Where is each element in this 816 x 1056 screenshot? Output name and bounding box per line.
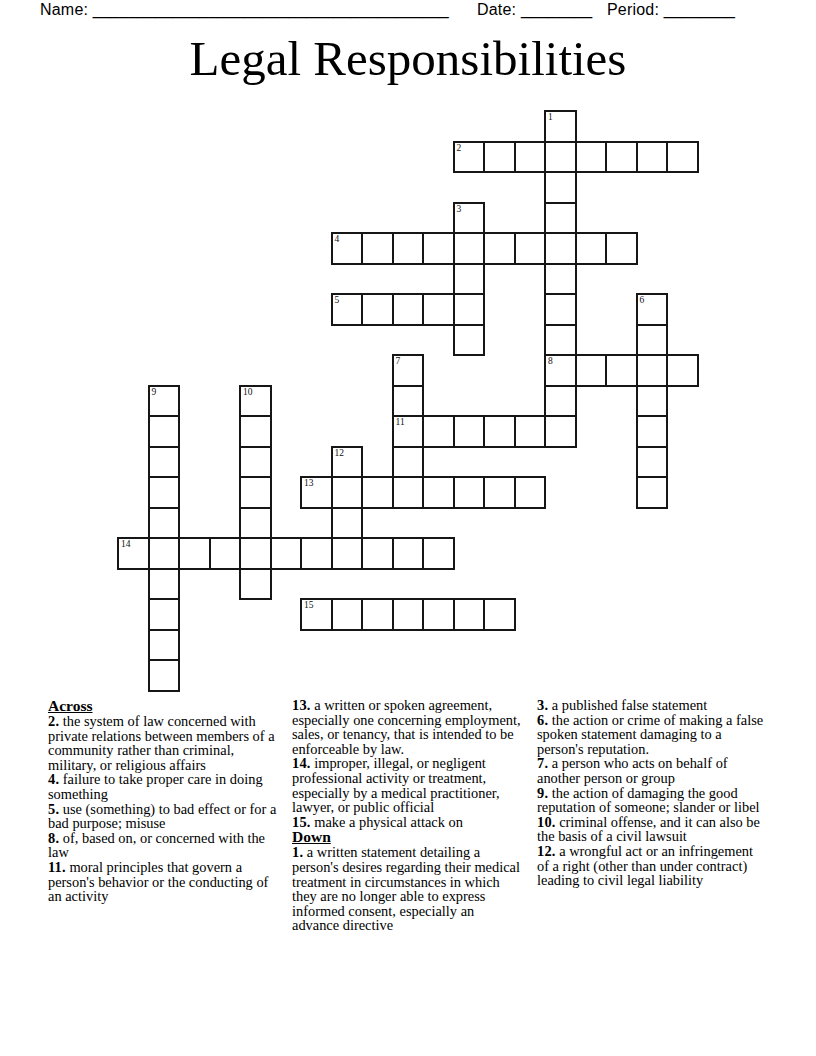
cell-number-13: 13: [304, 478, 314, 489]
grid-cell-r6-c14[interactable]: [544, 293, 577, 326]
date-label: Date:: [477, 1, 516, 18]
grid-cell-r1-c13[interactable]: [514, 141, 547, 174]
grid-cell-r5-c14[interactable]: [544, 263, 577, 296]
grid-cell-r4-c15[interactable]: [575, 232, 608, 265]
grid-cell-r16-c6[interactable]: 15: [300, 598, 333, 631]
clue-number: 5.: [48, 801, 59, 817]
grid-cell-r16-c1[interactable]: [148, 598, 181, 631]
grid-cell-r9-c4[interactable]: 10: [239, 385, 272, 418]
across-heading: Across: [48, 698, 279, 714]
grid-cell-r1-c11[interactable]: 2: [453, 141, 486, 174]
clue-down-10: 10. criminal offense, and it can also be…: [537, 815, 768, 844]
cell-number-10: 10: [243, 387, 253, 398]
grid-cell-r8-c9[interactable]: 7: [392, 354, 425, 387]
clues-column-2: 13. a written or spoken agreement, espec…: [292, 698, 523, 933]
clue-across-2: 2. the system of law concerned with priv…: [48, 714, 279, 772]
crossword-grid: 123456789101112131415: [117, 110, 697, 690]
grid-cell-r8-c18[interactable]: [666, 354, 699, 387]
grid-cell-r9-c14[interactable]: [544, 385, 577, 418]
grid-cell-r14-c7[interactable]: [331, 537, 364, 570]
clue-number: 10.: [537, 814, 556, 830]
clue-down-12: 12. a wrongful act or an infringement of…: [537, 844, 768, 888]
grid-cell-r4-c8[interactable]: [361, 232, 394, 265]
grid-cell-r11-c9[interactable]: [392, 446, 425, 479]
period-field: Period: ________: [607, 1, 735, 19]
clues-column-1: Across2. the system of law concerned wit…: [48, 698, 279, 904]
clues-column-3: 3. a published false statement6. the act…: [537, 698, 768, 888]
grid-cell-r1-c18[interactable]: [666, 141, 699, 174]
grid-cell-r14-c3[interactable]: [209, 537, 242, 570]
period-blank-line: ________: [664, 1, 735, 18]
grid-cell-r3-c14[interactable]: [544, 202, 577, 235]
grid-cell-r15-c1[interactable]: [148, 568, 181, 601]
clue-across-5: 5. use (something) to bad effect or for …: [48, 802, 279, 831]
grid-cell-r10-c17[interactable]: [636, 415, 669, 448]
page-title: Legal Responsibilities: [0, 30, 816, 89]
clue-down-3: 3. a published false statement: [537, 698, 768, 713]
grid-cell-r5-c11[interactable]: [453, 263, 486, 296]
grid-cell-r12-c13[interactable]: [514, 476, 547, 509]
grid-cell-r4-c9[interactable]: [392, 232, 425, 265]
grid-cell-r15-c4[interactable]: [239, 568, 272, 601]
grid-cell-r6-c10[interactable]: [422, 293, 455, 326]
grid-cell-r7-c11[interactable]: [453, 324, 486, 357]
grid-cell-r1-c12[interactable]: [483, 141, 516, 174]
grid-cell-r9-c17[interactable]: [636, 385, 669, 418]
clue-number: 6.: [537, 712, 548, 728]
cell-number-5: 5: [335, 295, 340, 306]
date-blank-line: ________: [521, 1, 592, 18]
grid-cell-r14-c6[interactable]: [300, 537, 333, 570]
clue-across-11: 11. moral principles that govern a perso…: [48, 860, 279, 904]
grid-cell-r16-c11[interactable]: [453, 598, 486, 631]
grid-cell-r17-c1[interactable]: [148, 629, 181, 662]
clue-number: 15.: [292, 814, 311, 830]
grid-cell-r16-c10[interactable]: [422, 598, 455, 631]
name-field: Name: __________________________________…: [40, 1, 449, 19]
grid-cell-r6-c11[interactable]: [453, 293, 486, 326]
clue-number: 2.: [48, 713, 59, 729]
grid-cell-r8-c16[interactable]: [605, 354, 638, 387]
grid-cell-r12-c7[interactable]: [331, 476, 364, 509]
grid-cell-r6-c17[interactable]: 6: [636, 293, 669, 326]
grid-cell-r16-c8[interactable]: [361, 598, 394, 631]
grid-cell-r16-c12[interactable]: [483, 598, 516, 631]
date-field: Date: ________: [477, 1, 592, 19]
grid-cell-r14-c8[interactable]: [361, 537, 394, 570]
clue-across-13: 13. a written or spoken agreement, espec…: [292, 698, 523, 756]
clue-down-1: 1. a written statement detailing a perso…: [292, 845, 523, 933]
cell-number-4: 4: [335, 234, 340, 245]
down-heading: Down: [292, 829, 523, 845]
grid-cell-r3-c11[interactable]: 3: [453, 202, 486, 235]
cell-number-7: 7: [396, 356, 401, 367]
clue-across-8: 8. of, based on, or concerned with the l…: [48, 831, 279, 860]
grid-cell-r14-c2[interactable]: [178, 537, 211, 570]
grid-cell-r11-c1[interactable]: [148, 446, 181, 479]
grid-cell-r11-c17[interactable]: [636, 446, 669, 479]
grid-cell-r12-c9[interactable]: [392, 476, 425, 509]
grid-cell-r1-c17[interactable]: [636, 141, 669, 174]
grid-cell-r13-c1[interactable]: [148, 507, 181, 540]
grid-cell-r13-c4[interactable]: [239, 507, 272, 540]
grid-cell-r12-c12[interactable]: [483, 476, 516, 509]
grid-cell-r14-c1[interactable]: [148, 537, 181, 570]
grid-cell-r9-c9[interactable]: [392, 385, 425, 418]
clue-number: 11.: [48, 859, 66, 875]
clue-across-15: 15. make a physical attack on: [292, 815, 523, 830]
grid-cell-r4-c13[interactable]: [514, 232, 547, 265]
grid-cell-r14-c9[interactable]: [392, 537, 425, 570]
cell-number-8: 8: [548, 356, 553, 367]
grid-cell-r16-c9[interactable]: [392, 598, 425, 631]
grid-cell-r4-c7[interactable]: 4: [331, 232, 364, 265]
clue-down-6: 6. the action or crime of making a false…: [537, 713, 768, 757]
grid-cell-r1-c15[interactable]: [575, 141, 608, 174]
grid-cell-r14-c5[interactable]: [270, 537, 303, 570]
grid-cell-r10-c13[interactable]: [514, 415, 547, 448]
cell-number-11: 11: [396, 417, 405, 428]
clue-down-7: 7. a person who acts on behalf of anothe…: [537, 756, 768, 785]
grid-cell-r4-c16[interactable]: [605, 232, 638, 265]
grid-cell-r12-c10[interactable]: [422, 476, 455, 509]
clue-across-4: 4. failure to take proper care in doing …: [48, 772, 279, 801]
grid-cell-r12-c8[interactable]: [361, 476, 394, 509]
grid-cell-r10-c11[interactable]: [453, 415, 486, 448]
grid-cell-r10-c10[interactable]: [422, 415, 455, 448]
cell-number-2: 2: [457, 143, 462, 154]
grid-cell-r2-c14[interactable]: [544, 171, 577, 204]
grid-cell-r14-c0[interactable]: 14: [117, 537, 150, 570]
cell-number-3: 3: [457, 204, 462, 215]
clue-number: 1.: [292, 844, 303, 860]
grid-cell-r9-c1[interactable]: 9: [148, 385, 181, 418]
grid-cell-r0-c14[interactable]: 1: [544, 110, 577, 143]
grid-cell-r10-c14[interactable]: [544, 415, 577, 448]
clue-number: 9.: [537, 785, 548, 801]
grid-cell-r4-c11[interactable]: [453, 232, 486, 265]
grid-cell-r6-c9[interactable]: [392, 293, 425, 326]
grid-cell-r4-c12[interactable]: [483, 232, 516, 265]
grid-cell-r10-c9[interactable]: 11: [392, 415, 425, 448]
grid-cell-r18-c1[interactable]: [148, 659, 181, 692]
name-label: Name:: [40, 1, 88, 18]
grid-cell-r1-c14[interactable]: [544, 141, 577, 174]
grid-cell-r13-c7[interactable]: [331, 507, 364, 540]
grid-cell-r12-c1[interactable]: [148, 476, 181, 509]
cell-number-9: 9: [152, 387, 157, 398]
clue-down-9: 9. the action of damaging the good reput…: [537, 786, 768, 815]
grid-cell-r8-c15[interactable]: [575, 354, 608, 387]
clue-number: 3.: [537, 697, 548, 713]
grid-cell-r10-c1[interactable]: [148, 415, 181, 448]
clue-number: 13.: [292, 697, 311, 713]
grid-cell-r12-c6[interactable]: 13: [300, 476, 333, 509]
clue-number: 8.: [48, 830, 59, 846]
clue-number: 12.: [537, 843, 556, 859]
grid-cell-r10-c12[interactable]: [483, 415, 516, 448]
grid-cell-r14-c4[interactable]: [239, 537, 272, 570]
grid-cell-r11-c4[interactable]: [239, 446, 272, 479]
grid-cell-r6-c8[interactable]: [361, 293, 394, 326]
cell-number-6: 6: [640, 295, 645, 306]
cell-number-15: 15: [304, 600, 314, 611]
grid-cell-r12-c11[interactable]: [453, 476, 486, 509]
grid-cell-r7-c14[interactable]: [544, 324, 577, 357]
grid-cell-r12-c4[interactable]: [239, 476, 272, 509]
clue-number: 7.: [537, 755, 548, 771]
grid-cell-r12-c17[interactable]: [636, 476, 669, 509]
clue-number: 14.: [292, 755, 311, 771]
grid-cell-r7-c17[interactable]: [636, 324, 669, 357]
grid-cell-r4-c10[interactable]: [422, 232, 455, 265]
grid-cell-r10-c4[interactable]: [239, 415, 272, 448]
period-label: Period:: [607, 1, 659, 18]
grid-cell-r6-c7[interactable]: 5: [331, 293, 364, 326]
grid-cell-r1-c16[interactable]: [605, 141, 638, 174]
grid-cell-r8-c17[interactable]: [636, 354, 669, 387]
cell-number-1: 1: [548, 112, 553, 123]
grid-cell-r16-c7[interactable]: [331, 598, 364, 631]
name-blank-line: ________________________________________: [93, 1, 449, 18]
grid-cell-r4-c14[interactable]: [544, 232, 577, 265]
clue-number: 4.: [48, 771, 59, 787]
cell-number-14: 14: [121, 539, 131, 550]
clue-across-14: 14. improper, illegal, or negligent prof…: [292, 756, 523, 814]
grid-cell-r14-c10[interactable]: [422, 537, 455, 570]
grid-cell-r11-c7[interactable]: 12: [331, 446, 364, 479]
grid-cell-r8-c14[interactable]: 8: [544, 354, 577, 387]
cell-number-12: 12: [335, 448, 345, 459]
